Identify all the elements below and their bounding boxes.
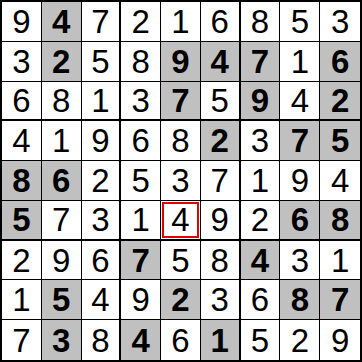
cell-r7c1[interactable]: 2 bbox=[2, 241, 42, 281]
cell-r3c8[interactable]: 4 bbox=[280, 82, 320, 122]
cell-r9c3[interactable]: 8 bbox=[82, 320, 122, 360]
cell-r6c9[interactable]: 8 bbox=[320, 201, 360, 241]
cell-r8c6[interactable]: 3 bbox=[201, 280, 241, 320]
cell-r9c4[interactable]: 4 bbox=[121, 320, 161, 360]
cell-r7c8[interactable]: 3 bbox=[280, 241, 320, 281]
cell-r4c8[interactable]: 7 bbox=[280, 121, 320, 161]
cell-r5c4[interactable]: 5 bbox=[121, 161, 161, 201]
cell-r1c7[interactable]: 8 bbox=[241, 2, 281, 42]
cell-r3c6[interactable]: 5 bbox=[201, 82, 241, 122]
cell-r4c2[interactable]: 1 bbox=[42, 121, 82, 161]
cell-r9c1[interactable]: 7 bbox=[2, 320, 42, 360]
cell-r6c6[interactable]: 9 bbox=[201, 201, 241, 241]
cell-r8c1[interactable]: 1 bbox=[2, 280, 42, 320]
cell-r3c3[interactable]: 1 bbox=[82, 82, 122, 122]
cell-r5c6[interactable]: 7 bbox=[201, 161, 241, 201]
cell-r9c8[interactable]: 2 bbox=[280, 320, 320, 360]
cell-r3c7[interactable]: 9 bbox=[241, 82, 281, 122]
cell-r4c6[interactable]: 2 bbox=[201, 121, 241, 161]
cell-r9c6[interactable]: 1 bbox=[201, 320, 241, 360]
cell-r8c3[interactable]: 4 bbox=[82, 280, 122, 320]
cell-r3c2[interactable]: 8 bbox=[42, 82, 82, 122]
cell-r6c2[interactable]: 7 bbox=[42, 201, 82, 241]
cell-r9c7[interactable]: 5 bbox=[241, 320, 281, 360]
cell-r2c3[interactable]: 5 bbox=[82, 42, 122, 82]
cell-r9c5[interactable]: 6 bbox=[161, 320, 201, 360]
cell-r3c5[interactable]: 7 bbox=[161, 82, 201, 122]
cell-r1c6[interactable]: 6 bbox=[201, 2, 241, 42]
cell-r3c9[interactable]: 2 bbox=[320, 82, 360, 122]
cell-r4c3[interactable]: 9 bbox=[82, 121, 122, 161]
cell-r2c4[interactable]: 8 bbox=[121, 42, 161, 82]
cell-r5c8[interactable]: 9 bbox=[280, 161, 320, 201]
cell-r9c9[interactable]: 9 bbox=[320, 320, 360, 360]
cell-r5c5[interactable]: 3 bbox=[161, 161, 201, 201]
cell-r1c9[interactable]: 3 bbox=[320, 2, 360, 42]
cell-r6c4[interactable]: 1 bbox=[121, 201, 161, 241]
cell-r7c4[interactable]: 7 bbox=[121, 241, 161, 281]
cell-r8c5[interactable]: 2 bbox=[161, 280, 201, 320]
cell-r7c2[interactable]: 9 bbox=[42, 241, 82, 281]
cell-r2c7[interactable]: 7 bbox=[241, 42, 281, 82]
cell-r5c3[interactable]: 2 bbox=[82, 161, 122, 201]
cell-r7c7[interactable]: 4 bbox=[241, 241, 281, 281]
cell-r7c3[interactable]: 6 bbox=[82, 241, 122, 281]
cell-r6c1[interactable]: 5 bbox=[2, 201, 42, 241]
cell-r2c6[interactable]: 4 bbox=[201, 42, 241, 82]
sudoku-board: 9472168533258947166813759424196823758625… bbox=[0, 0, 362, 362]
cell-r6c5[interactable]: 4 bbox=[161, 201, 201, 241]
cell-r2c1[interactable]: 3 bbox=[2, 42, 42, 82]
cell-r1c1[interactable]: 9 bbox=[2, 2, 42, 42]
cell-r8c8[interactable]: 8 bbox=[280, 280, 320, 320]
cell-r5c9[interactable]: 4 bbox=[320, 161, 360, 201]
cell-r3c4[interactable]: 3 bbox=[121, 82, 161, 122]
cell-r1c5[interactable]: 1 bbox=[161, 2, 201, 42]
cell-r1c3[interactable]: 7 bbox=[82, 2, 122, 42]
cell-r4c4[interactable]: 6 bbox=[121, 121, 161, 161]
cell-r1c2[interactable]: 4 bbox=[42, 2, 82, 42]
cell-r6c3[interactable]: 3 bbox=[82, 201, 122, 241]
cell-r5c7[interactable]: 1 bbox=[241, 161, 281, 201]
cell-r8c4[interactable]: 9 bbox=[121, 280, 161, 320]
cell-r2c2[interactable]: 2 bbox=[42, 42, 82, 82]
cell-r4c5[interactable]: 8 bbox=[161, 121, 201, 161]
cell-r7c6[interactable]: 8 bbox=[201, 241, 241, 281]
cell-r7c9[interactable]: 1 bbox=[320, 241, 360, 281]
cell-r6c8[interactable]: 6 bbox=[280, 201, 320, 241]
cell-r7c5[interactable]: 5 bbox=[161, 241, 201, 281]
cell-r2c8[interactable]: 1 bbox=[280, 42, 320, 82]
cell-r8c7[interactable]: 6 bbox=[241, 280, 281, 320]
cell-r4c7[interactable]: 3 bbox=[241, 121, 281, 161]
cell-r8c2[interactable]: 5 bbox=[42, 280, 82, 320]
cell-r4c9[interactable]: 5 bbox=[320, 121, 360, 161]
cell-r6c7[interactable]: 2 bbox=[241, 201, 281, 241]
cell-r2c5[interactable]: 9 bbox=[161, 42, 201, 82]
cell-r1c8[interactable]: 5 bbox=[280, 2, 320, 42]
cell-r2c9[interactable]: 6 bbox=[320, 42, 360, 82]
cell-r1c4[interactable]: 2 bbox=[121, 2, 161, 42]
cell-r8c9[interactable]: 7 bbox=[320, 280, 360, 320]
cell-r3c1[interactable]: 6 bbox=[2, 82, 42, 122]
cell-r9c2[interactable]: 3 bbox=[42, 320, 82, 360]
cell-r5c1[interactable]: 8 bbox=[2, 161, 42, 201]
cell-r5c2[interactable]: 6 bbox=[42, 161, 82, 201]
cell-r4c1[interactable]: 4 bbox=[2, 121, 42, 161]
